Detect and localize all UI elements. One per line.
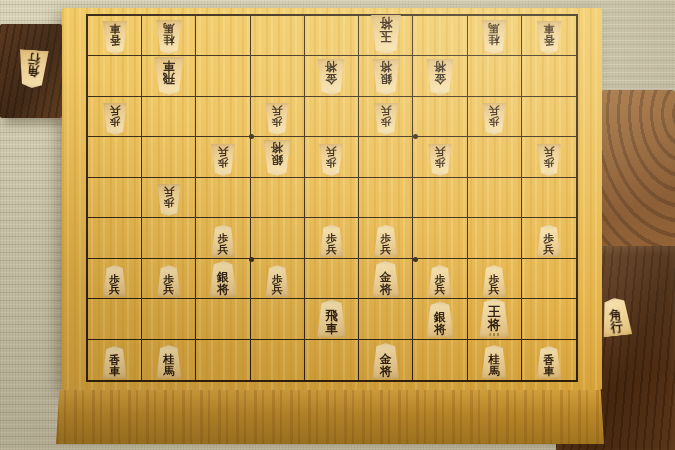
square-8b[interactable]: 飛車 xyxy=(142,56,196,96)
piece-kanji: 兵 xyxy=(109,105,120,116)
square-5h[interactable]: 飛車 xyxy=(305,299,359,339)
piece-gote-pawn[interactable]: 歩兵 xyxy=(373,103,399,135)
piece-kanji: 行 xyxy=(27,52,40,66)
piece-kanji: 歩 xyxy=(544,157,555,168)
square-2g[interactable]: 歩兵 xyxy=(468,259,522,299)
square-5e[interactable] xyxy=(305,178,359,218)
piece-kanji: 車 xyxy=(163,59,176,72)
piece-gote-pawn[interactable]: 歩兵 xyxy=(264,103,290,135)
piece-sente-knight[interactable]: 桂馬 xyxy=(155,345,183,379)
piece-sente-pawn[interactable]: 歩兵 xyxy=(210,225,236,257)
square-8h[interactable] xyxy=(142,299,196,339)
square-2e[interactable] xyxy=(468,178,522,218)
square-3h[interactable]: 銀将 xyxy=(413,299,467,339)
square-9c[interactable]: 歩兵 xyxy=(88,97,142,137)
square-2d[interactable] xyxy=(468,137,522,177)
square-7h[interactable] xyxy=(196,299,250,339)
piece-gote-knight[interactable]: 桂馬 xyxy=(155,20,183,54)
piece-kanji: 玉 xyxy=(379,31,392,44)
piece-kanji: 兵 xyxy=(380,244,391,255)
piece-kanji: 馬 xyxy=(489,366,500,377)
piece-kanji: 桂 xyxy=(489,354,500,365)
piece-kanji: 兵 xyxy=(164,186,175,197)
piece-kanji: 兵 xyxy=(109,284,120,295)
square-7i[interactable] xyxy=(196,340,250,380)
piece-kanji: 行 xyxy=(610,321,624,335)
square-2c[interactable]: 歩兵 xyxy=(468,97,522,137)
board-front-face xyxy=(56,390,604,444)
piece-kanji: 将 xyxy=(380,61,392,73)
square-4a[interactable]: 玉将 xyxy=(359,16,413,56)
piece-sente-rook[interactable]: 飛車 xyxy=(315,300,347,338)
piece-gote-silver[interactable]: 銀将 xyxy=(371,59,401,95)
piece-kanji: 将 xyxy=(380,283,392,295)
square-6c[interactable]: 歩兵 xyxy=(251,97,305,137)
piece-sente-pawn[interactable]: 歩兵 xyxy=(156,265,182,297)
piece-kanji: 車 xyxy=(543,366,554,377)
piece-sente-silver[interactable]: 銀将 xyxy=(425,302,455,338)
piece-gote-pawn[interactable]: 歩兵 xyxy=(210,144,236,176)
piece-gote-king[interactable]: 玉将 xyxy=(369,15,402,54)
piece-kanji: 香 xyxy=(109,35,120,46)
piece-gote-knight[interactable]: 桂馬 xyxy=(480,20,508,54)
piece-kanji: 将 xyxy=(379,17,392,30)
square-1d[interactable]: 歩兵 xyxy=(522,137,576,177)
piece-kanji: 車 xyxy=(325,323,338,336)
square-9d[interactable] xyxy=(88,137,142,177)
piece-gote-pawn[interactable]: 歩兵 xyxy=(156,184,182,216)
square-1c[interactable] xyxy=(522,97,576,137)
piece-kanji: 歩 xyxy=(380,116,391,127)
piece-kanji: 車 xyxy=(109,23,120,34)
piece-gote-pawn[interactable]: 歩兵 xyxy=(427,144,453,176)
square-4b[interactable]: 銀将 xyxy=(359,56,413,96)
piece-gote-lance[interactable]: 香車 xyxy=(101,21,128,54)
square-3c[interactable] xyxy=(413,97,467,137)
square-3d[interactable]: 歩兵 xyxy=(413,137,467,177)
piece-sente-pawn[interactable]: 歩兵 xyxy=(427,265,453,297)
piece-kanji: 兵 xyxy=(218,244,229,255)
piece-kanji: 兵 xyxy=(164,284,175,295)
piece-kanji: 兵 xyxy=(218,146,229,157)
piece-kanji: 金 xyxy=(434,73,446,85)
square-6b[interactable] xyxy=(251,56,305,96)
square-9b[interactable] xyxy=(88,56,142,96)
piece-kanji: 歩 xyxy=(218,157,229,168)
square-8f[interactable] xyxy=(142,218,196,258)
square-7e[interactable] xyxy=(196,178,250,218)
piece-sente-pawn[interactable]: 歩兵 xyxy=(536,225,562,257)
square-9g[interactable]: 歩兵 xyxy=(88,259,142,299)
square-8a[interactable]: 桂馬 xyxy=(142,16,196,56)
piece-kanji: 歩 xyxy=(109,116,120,127)
square-2b[interactable] xyxy=(468,56,522,96)
komadai-left: 角行 xyxy=(0,24,62,118)
square-1b[interactable] xyxy=(522,56,576,96)
square-8g[interactable]: 歩兵 xyxy=(142,259,196,299)
square-6f[interactable] xyxy=(251,218,305,258)
square-4g[interactable]: 金将 xyxy=(359,259,413,299)
piece-gote-rook[interactable]: 飛車 xyxy=(153,57,185,95)
square-5b[interactable]: 金将 xyxy=(305,56,359,96)
square-9e[interactable] xyxy=(88,178,142,218)
square-2f[interactable] xyxy=(468,218,522,258)
square-7a[interactable] xyxy=(196,16,250,56)
piece-kanji: 兵 xyxy=(435,146,446,157)
square-3b[interactable]: 金将 xyxy=(413,56,467,96)
piece-sente-king[interactable]: 王将 xyxy=(478,299,511,338)
piece-sente-bishop[interactable]: 角行 xyxy=(598,296,634,337)
square-7d[interactable]: 歩兵 xyxy=(196,137,250,177)
piece-kanji: 金 xyxy=(326,73,338,85)
square-3i[interactable] xyxy=(413,340,467,380)
square-9a[interactable]: 香車 xyxy=(88,16,142,56)
square-6h[interactable] xyxy=(251,299,305,339)
square-8d[interactable] xyxy=(142,137,196,177)
shogi-board: 香車桂馬玉将桂馬香車飛車金将銀将金将歩兵歩兵歩兵歩兵歩兵銀将歩兵歩兵歩兵歩兵歩兵… xyxy=(62,8,602,390)
board-grid: 香車桂馬玉将桂馬香車飛車金将銀将金将歩兵歩兵歩兵歩兵歩兵銀将歩兵歩兵歩兵歩兵歩兵… xyxy=(86,14,578,382)
piece-kanji: 将 xyxy=(434,323,446,335)
square-9i[interactable]: 香車 xyxy=(88,340,142,380)
square-6e[interactable] xyxy=(251,178,305,218)
square-6d[interactable]: 銀将 xyxy=(251,137,305,177)
spare-wood-block xyxy=(601,90,675,248)
piece-kanji: 王 xyxy=(488,305,501,318)
piece-kanji: 歩 xyxy=(164,197,175,208)
square-2i[interactable]: 桂馬 xyxy=(468,340,522,380)
piece-kanji: 兵 xyxy=(435,284,446,295)
piece-sente-pawn[interactable]: 歩兵 xyxy=(481,265,507,297)
square-4c[interactable]: 歩兵 xyxy=(359,97,413,137)
star-point xyxy=(249,257,254,262)
square-7f[interactable]: 歩兵 xyxy=(196,218,250,258)
piece-gote-pawn[interactable]: 歩兵 xyxy=(318,144,344,176)
piece-gote-gold[interactable]: 金将 xyxy=(316,59,346,95)
piece-gote-lance[interactable]: 香車 xyxy=(535,21,562,54)
piece-kanji: 馬 xyxy=(489,22,500,33)
square-1e[interactable] xyxy=(522,178,576,218)
piece-kanji: 車 xyxy=(543,23,554,34)
square-5d[interactable]: 歩兵 xyxy=(305,137,359,177)
star-point xyxy=(413,257,418,262)
square-4i[interactable]: 金将 xyxy=(359,340,413,380)
piece-kanji: 将 xyxy=(326,61,338,73)
square-5c[interactable] xyxy=(305,97,359,137)
piece-sente-knight[interactable]: 桂馬 xyxy=(480,345,508,379)
piece-kanji: 桂 xyxy=(489,34,500,45)
piece-kanji: 歩 xyxy=(435,157,446,168)
piece-sente-gold[interactable]: 金将 xyxy=(371,343,401,379)
piece-kanji: 兵 xyxy=(380,105,391,116)
piece-kanji: 歩 xyxy=(489,116,500,127)
piece-kanji: 銀 xyxy=(380,73,392,85)
square-3a[interactable] xyxy=(413,16,467,56)
square-4e[interactable] xyxy=(359,178,413,218)
star-point xyxy=(413,134,418,139)
piece-kanji: 兵 xyxy=(272,105,283,116)
piece-kanji: 将 xyxy=(434,61,446,73)
square-4h[interactable] xyxy=(359,299,413,339)
piece-sente-pawn[interactable]: 歩兵 xyxy=(264,265,290,297)
piece-kanji: 馬 xyxy=(163,366,174,377)
square-3e[interactable] xyxy=(413,178,467,218)
square-8i[interactable]: 桂馬 xyxy=(142,340,196,380)
piece-kanji: 桂 xyxy=(163,354,174,365)
square-1h[interactable] xyxy=(522,299,576,339)
piece-sente-silver[interactable]: 銀将 xyxy=(208,261,238,297)
piece-kanji: 馬 xyxy=(163,22,174,33)
piece-gote-silver[interactable]: 銀将 xyxy=(262,140,292,176)
piece-kanji: 兵 xyxy=(326,244,337,255)
square-1g[interactable] xyxy=(522,259,576,299)
square-5f[interactable]: 歩兵 xyxy=(305,218,359,258)
star-point xyxy=(249,134,254,139)
piece-kanji: 歩 xyxy=(326,157,337,168)
piece-kanji: 桂 xyxy=(163,34,174,45)
piece-kanji: 兵 xyxy=(544,244,555,255)
piece-kanji: 兵 xyxy=(326,146,337,157)
square-9h[interactable] xyxy=(88,299,142,339)
piece-gote-gold[interactable]: 金将 xyxy=(425,59,455,95)
piece-kanji: 車 xyxy=(109,366,120,377)
piece-gote-pawn[interactable]: 歩兵 xyxy=(481,103,507,135)
square-2h[interactable]: 王将 xyxy=(468,299,522,339)
square-1f[interactable]: 歩兵 xyxy=(522,218,576,258)
square-7c[interactable] xyxy=(196,97,250,137)
piece-kanji: 兵 xyxy=(544,146,555,157)
shogi-photo-scene: 角行 角行 香車桂馬玉将桂馬香車飛車金将銀将金将歩兵歩兵歩兵歩兵歩兵銀将歩兵歩兵… xyxy=(0,0,675,450)
piece-gote-bishop[interactable]: 角行 xyxy=(16,49,51,89)
square-6a[interactable] xyxy=(251,16,305,56)
piece-kanji: 将 xyxy=(488,318,501,331)
piece-kanji: 兵 xyxy=(272,284,283,295)
square-4d[interactable] xyxy=(359,137,413,177)
square-1i[interactable]: 香車 xyxy=(522,340,576,380)
square-3g[interactable]: 歩兵 xyxy=(413,259,467,299)
piece-kanji: 将 xyxy=(271,142,283,154)
square-1a[interactable]: 香車 xyxy=(522,16,576,56)
square-7b[interactable] xyxy=(196,56,250,96)
piece-gote-pawn[interactable]: 歩兵 xyxy=(536,144,562,176)
piece-kanji: 歩 xyxy=(272,116,283,127)
square-4f[interactable]: 歩兵 xyxy=(359,218,413,258)
piece-sente-pawn[interactable]: 歩兵 xyxy=(318,225,344,257)
piece-kanji: 香 xyxy=(543,35,554,46)
square-6i[interactable] xyxy=(251,340,305,380)
piece-sente-lance[interactable]: 香車 xyxy=(535,346,562,379)
square-5a[interactable] xyxy=(305,16,359,56)
square-3f[interactable] xyxy=(413,218,467,258)
piece-sente-gold[interactable]: 金将 xyxy=(371,261,401,297)
piece-sente-lance[interactable]: 香車 xyxy=(101,346,128,379)
square-8c[interactable] xyxy=(142,97,196,137)
square-8e[interactable]: 歩兵 xyxy=(142,178,196,218)
square-5g[interactable] xyxy=(305,259,359,299)
piece-gote-pawn[interactable]: 歩兵 xyxy=(102,103,128,135)
square-7g[interactable]: 銀将 xyxy=(196,259,250,299)
piece-sente-pawn[interactable]: 歩兵 xyxy=(373,225,399,257)
square-5i[interactable] xyxy=(305,340,359,380)
square-9f[interactable] xyxy=(88,218,142,258)
piece-kanji: 銀 xyxy=(271,154,283,166)
square-2a[interactable]: 桂馬 xyxy=(468,16,522,56)
piece-kanji: 将 xyxy=(380,365,392,377)
piece-kanji: 将 xyxy=(217,283,229,295)
piece-kanji: 兵 xyxy=(489,105,500,116)
piece-kanji: 兵 xyxy=(489,284,500,295)
piece-sente-pawn[interactable]: 歩兵 xyxy=(102,265,128,297)
square-6g[interactable]: 歩兵 xyxy=(251,259,305,299)
